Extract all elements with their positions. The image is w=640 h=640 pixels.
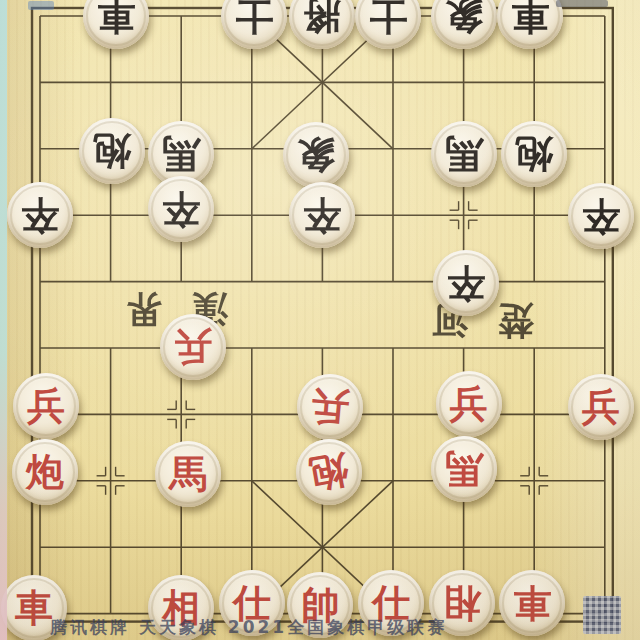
black-piece-glyph: 車 xyxy=(97,0,135,35)
black-piece-glyph: 士 xyxy=(235,0,273,35)
black-cannon-left[interactable]: 炮 xyxy=(79,118,145,184)
black-cannon-right[interactable]: 炮 xyxy=(501,121,567,187)
red-pawn-c[interactable]: 兵 xyxy=(160,314,226,380)
red-pawn-i[interactable]: 兵 xyxy=(568,374,634,440)
xiangqi-board-photo: 漢界 楚河 車士將士象車炮馬象馬炮卒卒卒卒卒兵兵兵兵兵炮馬炮馬車相仕帥仕相車 腾… xyxy=(0,0,640,640)
black-piece-glyph: 馬 xyxy=(162,135,200,173)
pieces-layer: 車士將士象車炮馬象馬炮卒卒卒卒卒兵兵兵兵兵炮馬炮馬車相仕帥仕相車 xyxy=(0,0,640,640)
red-horse-left[interactable]: 馬 xyxy=(155,441,221,507)
black-pawn-e[interactable]: 卒 xyxy=(289,182,355,248)
black-piece-glyph: 象 xyxy=(297,136,335,174)
black-chariot-left[interactable]: 車 xyxy=(83,0,149,49)
black-piece-glyph: 車 xyxy=(511,0,549,35)
red-pawn-e[interactable]: 兵 xyxy=(297,374,363,440)
black-piece-glyph: 炮 xyxy=(93,132,131,170)
black-general[interactable]: 將 xyxy=(289,0,355,49)
red-piece-glyph: 兵 xyxy=(174,328,212,366)
red-pawn-g[interactable]: 兵 xyxy=(436,371,502,437)
black-elephant-left[interactable]: 象 xyxy=(283,122,349,188)
red-piece-glyph: 車 xyxy=(513,584,551,622)
red-cannon-center[interactable]: 炮 xyxy=(296,439,362,505)
red-piece-glyph: 車 xyxy=(15,589,53,627)
red-pawn-a[interactable]: 兵 xyxy=(13,373,79,439)
black-piece-glyph: 卒 xyxy=(303,196,341,234)
black-pawn-i[interactable]: 卒 xyxy=(568,183,634,249)
black-piece-glyph: 卒 xyxy=(582,197,620,235)
black-piece-glyph: 士 xyxy=(369,0,407,35)
red-piece-glyph: 兵 xyxy=(450,385,488,423)
red-piece-glyph: 馬 xyxy=(169,455,207,493)
black-piece-glyph: 卒 xyxy=(21,196,59,234)
red-piece-glyph: 兵 xyxy=(310,387,351,428)
red-piece-glyph: 馬 xyxy=(445,450,483,488)
red-piece-glyph: 炮 xyxy=(26,453,64,491)
broadcast-watermark-text: 腾讯棋牌 天天象棋 2021全国象棋甲级联赛 xyxy=(50,616,447,639)
black-piece-glyph: 卒 xyxy=(447,264,485,302)
red-piece-glyph: 炮 xyxy=(307,450,351,494)
black-horse-right[interactable]: 馬 xyxy=(431,121,497,187)
black-advisor-left[interactable]: 士 xyxy=(221,0,287,49)
red-horse-right[interactable]: 馬 xyxy=(431,436,497,502)
black-chariot-right[interactable]: 車 xyxy=(497,0,563,49)
black-pawn-a[interactable]: 卒 xyxy=(7,182,73,248)
black-piece-glyph: 將 xyxy=(303,0,341,35)
black-pawn-g[interactable]: 卒 xyxy=(433,250,499,316)
black-piece-glyph: 馬 xyxy=(445,135,483,173)
black-pawn-c[interactable]: 卒 xyxy=(148,176,214,242)
red-chariot-right[interactable]: 車 xyxy=(499,570,565,636)
black-piece-glyph: 炮 xyxy=(515,135,553,173)
red-piece-glyph: 兵 xyxy=(582,388,620,426)
red-cannon-left[interactable]: 炮 xyxy=(12,439,78,505)
top-right-overlay-text xyxy=(556,0,608,7)
black-piece-glyph: 卒 xyxy=(162,190,200,228)
photo-edge-strip xyxy=(0,0,7,640)
red-piece-glyph: 相 xyxy=(443,584,481,622)
red-piece-glyph: 兵 xyxy=(27,387,65,425)
black-piece-glyph: 象 xyxy=(445,0,483,35)
black-elephant-right[interactable]: 象 xyxy=(431,0,497,49)
top-left-overlay-icon xyxy=(28,1,54,10)
black-advisor-right[interactable]: 士 xyxy=(355,0,421,49)
qr-code-watermark xyxy=(583,596,621,634)
